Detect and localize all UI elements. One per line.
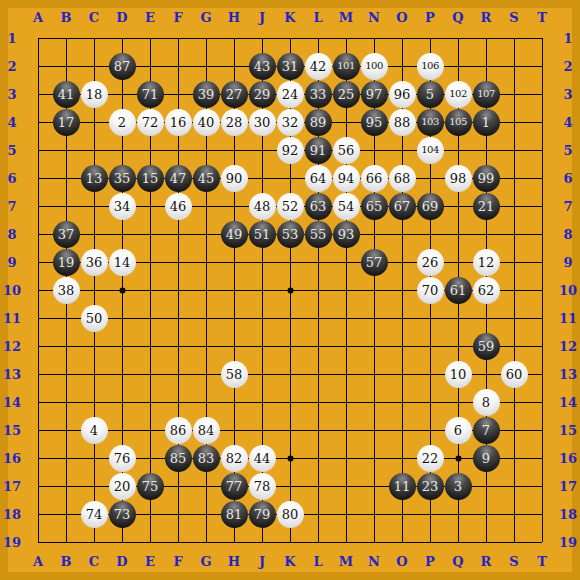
intersection-K11[interactable] bbox=[276, 304, 304, 332]
intersection-B1[interactable] bbox=[52, 24, 80, 52]
intersection-S19[interactable] bbox=[500, 528, 528, 556]
intersection-D10[interactable] bbox=[108, 276, 136, 304]
intersection-K12[interactable] bbox=[276, 332, 304, 360]
intersection-K9[interactable] bbox=[276, 248, 304, 276]
intersection-J4[interactable]: 30 bbox=[248, 108, 276, 136]
intersection-S13[interactable]: 60 bbox=[500, 360, 528, 388]
intersection-N11[interactable] bbox=[360, 304, 388, 332]
intersection-J8[interactable]: 51 bbox=[248, 220, 276, 248]
intersection-E9[interactable] bbox=[136, 248, 164, 276]
stone-black-95[interactable]: 95 bbox=[361, 109, 388, 136]
intersection-A9[interactable] bbox=[24, 248, 52, 276]
intersection-O7[interactable]: 67 bbox=[388, 192, 416, 220]
intersection-A17[interactable] bbox=[24, 472, 52, 500]
stone-black-11[interactable]: 11 bbox=[389, 473, 416, 500]
intersection-A3[interactable] bbox=[24, 80, 52, 108]
intersection-A2[interactable] bbox=[24, 52, 52, 80]
intersection-Q7[interactable] bbox=[444, 192, 472, 220]
intersection-M2[interactable]: 101 bbox=[332, 52, 360, 80]
intersection-F2[interactable] bbox=[164, 52, 192, 80]
intersection-C19[interactable] bbox=[80, 528, 108, 556]
intersection-M8[interactable]: 93 bbox=[332, 220, 360, 248]
intersection-R7[interactable]: 21 bbox=[472, 192, 500, 220]
stone-black-93[interactable]: 93 bbox=[333, 221, 360, 248]
intersection-B3[interactable]: 41 bbox=[52, 80, 80, 108]
intersection-E19[interactable] bbox=[136, 528, 164, 556]
intersection-P10[interactable]: 70 bbox=[416, 276, 444, 304]
intersection-O10[interactable] bbox=[388, 276, 416, 304]
intersection-L15[interactable] bbox=[304, 416, 332, 444]
intersection-T8[interactable] bbox=[528, 220, 556, 248]
intersection-J3[interactable]: 29 bbox=[248, 80, 276, 108]
intersection-N3[interactable]: 97 bbox=[360, 80, 388, 108]
intersection-N15[interactable] bbox=[360, 416, 388, 444]
intersection-F3[interactable] bbox=[164, 80, 192, 108]
stone-white-58[interactable]: 58 bbox=[221, 361, 248, 388]
intersection-Q11[interactable] bbox=[444, 304, 472, 332]
stone-white-88[interactable]: 88 bbox=[389, 109, 416, 136]
intersection-T18[interactable] bbox=[528, 500, 556, 528]
stone-white-46[interactable]: 46 bbox=[165, 193, 192, 220]
stone-white-20[interactable]: 20 bbox=[109, 473, 136, 500]
intersection-J6[interactable] bbox=[248, 164, 276, 192]
intersection-B17[interactable] bbox=[52, 472, 80, 500]
intersection-C3[interactable]: 18 bbox=[80, 80, 108, 108]
intersection-H3[interactable]: 27 bbox=[220, 80, 248, 108]
intersection-Q10[interactable]: 61 bbox=[444, 276, 472, 304]
intersection-Q6[interactable]: 98 bbox=[444, 164, 472, 192]
intersection-E17[interactable]: 75 bbox=[136, 472, 164, 500]
intersection-O8[interactable] bbox=[388, 220, 416, 248]
intersection-G4[interactable]: 40 bbox=[192, 108, 220, 136]
intersection-O9[interactable] bbox=[388, 248, 416, 276]
stone-white-2[interactable]: 2 bbox=[109, 109, 136, 136]
intersection-M5[interactable]: 56 bbox=[332, 136, 360, 164]
intersection-N4[interactable]: 95 bbox=[360, 108, 388, 136]
intersection-G8[interactable] bbox=[192, 220, 220, 248]
stone-black-73[interactable]: 73 bbox=[109, 501, 136, 528]
intersection-S2[interactable] bbox=[500, 52, 528, 80]
intersection-E18[interactable] bbox=[136, 500, 164, 528]
intersection-R19[interactable] bbox=[472, 528, 500, 556]
intersection-F7[interactable]: 46 bbox=[164, 192, 192, 220]
intersection-D8[interactable] bbox=[108, 220, 136, 248]
intersection-C6[interactable]: 13 bbox=[80, 164, 108, 192]
intersection-B12[interactable] bbox=[52, 332, 80, 360]
intersection-T14[interactable] bbox=[528, 388, 556, 416]
intersection-G3[interactable]: 39 bbox=[192, 80, 220, 108]
intersection-K17[interactable] bbox=[276, 472, 304, 500]
intersection-L7[interactable]: 63 bbox=[304, 192, 332, 220]
stone-white-18[interactable]: 18 bbox=[81, 81, 108, 108]
intersection-J10[interactable] bbox=[248, 276, 276, 304]
intersection-D16[interactable]: 76 bbox=[108, 444, 136, 472]
intersection-M6[interactable]: 94 bbox=[332, 164, 360, 192]
intersection-K16[interactable] bbox=[276, 444, 304, 472]
intersection-H19[interactable] bbox=[220, 528, 248, 556]
intersection-S10[interactable] bbox=[500, 276, 528, 304]
stone-black-51[interactable]: 51 bbox=[249, 221, 276, 248]
intersection-H15[interactable] bbox=[220, 416, 248, 444]
intersection-Q5[interactable] bbox=[444, 136, 472, 164]
intersection-E1[interactable] bbox=[136, 24, 164, 52]
intersection-O11[interactable] bbox=[388, 304, 416, 332]
intersection-N10[interactable] bbox=[360, 276, 388, 304]
intersection-L8[interactable]: 55 bbox=[304, 220, 332, 248]
intersection-L9[interactable] bbox=[304, 248, 332, 276]
intersection-B5[interactable] bbox=[52, 136, 80, 164]
intersection-S12[interactable] bbox=[500, 332, 528, 360]
stone-white-78[interactable]: 78 bbox=[249, 473, 276, 500]
intersection-T17[interactable] bbox=[528, 472, 556, 500]
intersection-F13[interactable] bbox=[164, 360, 192, 388]
intersection-J1[interactable] bbox=[248, 24, 276, 52]
intersection-T7[interactable] bbox=[528, 192, 556, 220]
intersection-B8[interactable]: 37 bbox=[52, 220, 80, 248]
stone-black-47[interactable]: 47 bbox=[165, 165, 192, 192]
stone-black-87[interactable]: 87 bbox=[109, 53, 136, 80]
intersection-P2[interactable]: 106 bbox=[416, 52, 444, 80]
intersection-D6[interactable]: 35 bbox=[108, 164, 136, 192]
intersection-P9[interactable]: 26 bbox=[416, 248, 444, 276]
stone-white-100[interactable]: 100 bbox=[361, 53, 388, 80]
stone-black-37[interactable]: 37 bbox=[53, 221, 80, 248]
intersection-M19[interactable] bbox=[332, 528, 360, 556]
intersection-K6[interactable] bbox=[276, 164, 304, 192]
stone-black-75[interactable]: 75 bbox=[137, 473, 164, 500]
intersection-C10[interactable] bbox=[80, 276, 108, 304]
stone-black-101[interactable]: 101 bbox=[333, 53, 360, 80]
intersection-J18[interactable]: 79 bbox=[248, 500, 276, 528]
stone-white-50[interactable]: 50 bbox=[81, 305, 108, 332]
intersection-J5[interactable] bbox=[248, 136, 276, 164]
stone-white-94[interactable]: 94 bbox=[333, 165, 360, 192]
intersection-L6[interactable]: 64 bbox=[304, 164, 332, 192]
stone-white-60[interactable]: 60 bbox=[501, 361, 528, 388]
intersection-K18[interactable]: 80 bbox=[276, 500, 304, 528]
stone-white-32[interactable]: 32 bbox=[277, 109, 304, 136]
stone-white-66[interactable]: 66 bbox=[361, 165, 388, 192]
intersection-T9[interactable] bbox=[528, 248, 556, 276]
intersection-K8[interactable]: 53 bbox=[276, 220, 304, 248]
intersection-M10[interactable] bbox=[332, 276, 360, 304]
intersection-D9[interactable]: 14 bbox=[108, 248, 136, 276]
intersection-S3[interactable] bbox=[500, 80, 528, 108]
intersection-H7[interactable] bbox=[220, 192, 248, 220]
intersection-O13[interactable] bbox=[388, 360, 416, 388]
intersection-J7[interactable]: 48 bbox=[248, 192, 276, 220]
intersection-H4[interactable]: 28 bbox=[220, 108, 248, 136]
intersection-R16[interactable]: 9 bbox=[472, 444, 500, 472]
intersection-D11[interactable] bbox=[108, 304, 136, 332]
intersection-H11[interactable] bbox=[220, 304, 248, 332]
intersection-F14[interactable] bbox=[164, 388, 192, 416]
intersection-F6[interactable]: 47 bbox=[164, 164, 192, 192]
intersection-S6[interactable] bbox=[500, 164, 528, 192]
intersection-P19[interactable] bbox=[416, 528, 444, 556]
intersection-F5[interactable] bbox=[164, 136, 192, 164]
intersection-G18[interactable] bbox=[192, 500, 220, 528]
stone-white-10[interactable]: 10 bbox=[445, 361, 472, 388]
intersection-E13[interactable] bbox=[136, 360, 164, 388]
intersection-C8[interactable] bbox=[80, 220, 108, 248]
intersection-R14[interactable]: 8 bbox=[472, 388, 500, 416]
intersection-H8[interactable]: 49 bbox=[220, 220, 248, 248]
intersection-C9[interactable]: 36 bbox=[80, 248, 108, 276]
stone-white-86[interactable]: 86 bbox=[165, 417, 192, 444]
intersection-L16[interactable] bbox=[304, 444, 332, 472]
stone-black-79[interactable]: 79 bbox=[249, 501, 276, 528]
intersection-R2[interactable] bbox=[472, 52, 500, 80]
intersection-H14[interactable] bbox=[220, 388, 248, 416]
intersection-K3[interactable]: 24 bbox=[276, 80, 304, 108]
intersection-D7[interactable]: 34 bbox=[108, 192, 136, 220]
intersection-R3[interactable]: 107 bbox=[472, 80, 500, 108]
intersection-E11[interactable] bbox=[136, 304, 164, 332]
intersection-Q13[interactable]: 10 bbox=[444, 360, 472, 388]
stone-black-31[interactable]: 31 bbox=[277, 53, 304, 80]
intersection-F16[interactable]: 85 bbox=[164, 444, 192, 472]
stone-white-92[interactable]: 92 bbox=[277, 137, 304, 164]
intersection-M16[interactable] bbox=[332, 444, 360, 472]
stone-white-82[interactable]: 82 bbox=[221, 445, 248, 472]
intersection-E6[interactable]: 15 bbox=[136, 164, 164, 192]
intersection-K19[interactable] bbox=[276, 528, 304, 556]
intersection-E3[interactable]: 71 bbox=[136, 80, 164, 108]
intersection-T1[interactable] bbox=[528, 24, 556, 52]
intersection-G10[interactable] bbox=[192, 276, 220, 304]
intersection-C11[interactable]: 50 bbox=[80, 304, 108, 332]
intersection-H1[interactable] bbox=[220, 24, 248, 52]
stone-black-29[interactable]: 29 bbox=[249, 81, 276, 108]
stone-white-12[interactable]: 12 bbox=[473, 249, 500, 276]
stone-white-64[interactable]: 64 bbox=[305, 165, 332, 192]
intersection-B10[interactable]: 38 bbox=[52, 276, 80, 304]
stone-black-49[interactable]: 49 bbox=[221, 221, 248, 248]
intersection-J13[interactable] bbox=[248, 360, 276, 388]
intersection-R6[interactable]: 99 bbox=[472, 164, 500, 192]
stone-white-48[interactable]: 48 bbox=[249, 193, 276, 220]
stone-black-69[interactable]: 69 bbox=[417, 193, 444, 220]
intersection-E16[interactable] bbox=[136, 444, 164, 472]
intersection-D3[interactable] bbox=[108, 80, 136, 108]
intersection-P12[interactable] bbox=[416, 332, 444, 360]
intersection-P17[interactable]: 23 bbox=[416, 472, 444, 500]
stone-black-21[interactable]: 21 bbox=[473, 193, 500, 220]
intersection-P8[interactable] bbox=[416, 220, 444, 248]
intersection-A11[interactable] bbox=[24, 304, 52, 332]
intersection-C7[interactable] bbox=[80, 192, 108, 220]
stone-black-107[interactable]: 107 bbox=[473, 81, 500, 108]
intersection-M18[interactable] bbox=[332, 500, 360, 528]
stone-white-98[interactable]: 98 bbox=[445, 165, 472, 192]
intersection-P13[interactable] bbox=[416, 360, 444, 388]
intersection-H10[interactable] bbox=[220, 276, 248, 304]
intersection-N17[interactable] bbox=[360, 472, 388, 500]
intersection-Q9[interactable] bbox=[444, 248, 472, 276]
intersection-A15[interactable] bbox=[24, 416, 52, 444]
stone-white-104[interactable]: 104 bbox=[417, 137, 444, 164]
intersection-R17[interactable] bbox=[472, 472, 500, 500]
intersection-Q19[interactable] bbox=[444, 528, 472, 556]
stone-white-62[interactable]: 62 bbox=[473, 277, 500, 304]
intersection-A7[interactable] bbox=[24, 192, 52, 220]
intersection-B7[interactable] bbox=[52, 192, 80, 220]
intersection-A4[interactable] bbox=[24, 108, 52, 136]
stone-black-65[interactable]: 65 bbox=[361, 193, 388, 220]
intersection-A1[interactable] bbox=[24, 24, 52, 52]
stone-black-17[interactable]: 17 bbox=[53, 109, 80, 136]
intersection-E5[interactable] bbox=[136, 136, 164, 164]
intersection-T11[interactable] bbox=[528, 304, 556, 332]
intersection-A16[interactable] bbox=[24, 444, 52, 472]
intersection-L18[interactable] bbox=[304, 500, 332, 528]
intersection-G9[interactable] bbox=[192, 248, 220, 276]
intersection-D12[interactable] bbox=[108, 332, 136, 360]
intersection-D4[interactable]: 2 bbox=[108, 108, 136, 136]
stone-black-59[interactable]: 59 bbox=[473, 333, 500, 360]
intersection-G15[interactable]: 84 bbox=[192, 416, 220, 444]
intersection-D15[interactable] bbox=[108, 416, 136, 444]
intersection-L1[interactable] bbox=[304, 24, 332, 52]
stone-white-68[interactable]: 68 bbox=[389, 165, 416, 192]
intersection-M17[interactable] bbox=[332, 472, 360, 500]
intersection-O15[interactable] bbox=[388, 416, 416, 444]
intersection-S16[interactable] bbox=[500, 444, 528, 472]
stone-black-89[interactable]: 89 bbox=[305, 109, 332, 136]
intersection-A13[interactable] bbox=[24, 360, 52, 388]
intersection-N13[interactable] bbox=[360, 360, 388, 388]
intersection-M4[interactable] bbox=[332, 108, 360, 136]
stone-black-3[interactable]: 3 bbox=[445, 473, 472, 500]
stone-white-30[interactable]: 30 bbox=[249, 109, 276, 136]
intersection-K1[interactable] bbox=[276, 24, 304, 52]
stone-white-96[interactable]: 96 bbox=[389, 81, 416, 108]
intersection-O3[interactable]: 96 bbox=[388, 80, 416, 108]
intersection-N14[interactable] bbox=[360, 388, 388, 416]
intersection-M7[interactable]: 54 bbox=[332, 192, 360, 220]
intersection-K5[interactable]: 92 bbox=[276, 136, 304, 164]
stone-black-103[interactable]: 103 bbox=[417, 109, 444, 136]
stone-black-71[interactable]: 71 bbox=[137, 81, 164, 108]
intersection-F15[interactable]: 86 bbox=[164, 416, 192, 444]
intersection-J19[interactable] bbox=[248, 528, 276, 556]
stone-black-97[interactable]: 97 bbox=[361, 81, 388, 108]
intersection-Q18[interactable] bbox=[444, 500, 472, 528]
intersection-R10[interactable]: 62 bbox=[472, 276, 500, 304]
intersection-E10[interactable] bbox=[136, 276, 164, 304]
stone-black-43[interactable]: 43 bbox=[249, 53, 276, 80]
intersection-C16[interactable] bbox=[80, 444, 108, 472]
intersection-J14[interactable] bbox=[248, 388, 276, 416]
intersection-C2[interactable] bbox=[80, 52, 108, 80]
intersection-K14[interactable] bbox=[276, 388, 304, 416]
intersection-L4[interactable]: 89 bbox=[304, 108, 332, 136]
stone-black-15[interactable]: 15 bbox=[137, 165, 164, 192]
stone-white-4[interactable]: 4 bbox=[81, 417, 108, 444]
intersection-P15[interactable] bbox=[416, 416, 444, 444]
intersection-J17[interactable]: 78 bbox=[248, 472, 276, 500]
stone-black-1[interactable]: 1 bbox=[473, 109, 500, 136]
intersection-G11[interactable] bbox=[192, 304, 220, 332]
intersection-A8[interactable] bbox=[24, 220, 52, 248]
intersection-M15[interactable] bbox=[332, 416, 360, 444]
intersection-H13[interactable]: 58 bbox=[220, 360, 248, 388]
intersection-M1[interactable] bbox=[332, 24, 360, 52]
stone-black-57[interactable]: 57 bbox=[361, 249, 388, 276]
intersection-C5[interactable] bbox=[80, 136, 108, 164]
intersection-K4[interactable]: 32 bbox=[276, 108, 304, 136]
intersection-S8[interactable] bbox=[500, 220, 528, 248]
intersection-L10[interactable] bbox=[304, 276, 332, 304]
intersection-R5[interactable] bbox=[472, 136, 500, 164]
intersection-K15[interactable] bbox=[276, 416, 304, 444]
intersection-S4[interactable] bbox=[500, 108, 528, 136]
stone-black-13[interactable]: 13 bbox=[81, 165, 108, 192]
intersection-B19[interactable] bbox=[52, 528, 80, 556]
intersection-F12[interactable] bbox=[164, 332, 192, 360]
stone-black-19[interactable]: 19 bbox=[53, 249, 80, 276]
stone-black-77[interactable]: 77 bbox=[221, 473, 248, 500]
intersection-S15[interactable] bbox=[500, 416, 528, 444]
stone-black-23[interactable]: 23 bbox=[417, 473, 444, 500]
intersection-D2[interactable]: 87 bbox=[108, 52, 136, 80]
intersection-M12[interactable] bbox=[332, 332, 360, 360]
intersection-B18[interactable] bbox=[52, 500, 80, 528]
intersection-G7[interactable] bbox=[192, 192, 220, 220]
intersection-D14[interactable] bbox=[108, 388, 136, 416]
intersection-S14[interactable] bbox=[500, 388, 528, 416]
intersection-J16[interactable]: 44 bbox=[248, 444, 276, 472]
intersection-B4[interactable]: 17 bbox=[52, 108, 80, 136]
intersection-F19[interactable] bbox=[164, 528, 192, 556]
intersection-O14[interactable] bbox=[388, 388, 416, 416]
intersection-N16[interactable] bbox=[360, 444, 388, 472]
intersection-N18[interactable] bbox=[360, 500, 388, 528]
stone-white-24[interactable]: 24 bbox=[277, 81, 304, 108]
stone-white-76[interactable]: 76 bbox=[109, 445, 136, 472]
intersection-E12[interactable] bbox=[136, 332, 164, 360]
stone-white-70[interactable]: 70 bbox=[417, 277, 444, 304]
stone-white-44[interactable]: 44 bbox=[249, 445, 276, 472]
intersection-E4[interactable]: 72 bbox=[136, 108, 164, 136]
intersection-R4[interactable]: 1 bbox=[472, 108, 500, 136]
intersection-A10[interactable] bbox=[24, 276, 52, 304]
intersection-T19[interactable] bbox=[528, 528, 556, 556]
intersection-P11[interactable] bbox=[416, 304, 444, 332]
intersection-C13[interactable] bbox=[80, 360, 108, 388]
intersection-R15[interactable]: 7 bbox=[472, 416, 500, 444]
intersection-J12[interactable] bbox=[248, 332, 276, 360]
intersection-Q14[interactable] bbox=[444, 388, 472, 416]
stone-white-6[interactable]: 6 bbox=[445, 417, 472, 444]
intersection-Q17[interactable]: 3 bbox=[444, 472, 472, 500]
intersection-G6[interactable]: 45 bbox=[192, 164, 220, 192]
intersection-T12[interactable] bbox=[528, 332, 556, 360]
stone-white-90[interactable]: 90 bbox=[221, 165, 248, 192]
stone-white-84[interactable]: 84 bbox=[193, 417, 220, 444]
intersection-S9[interactable] bbox=[500, 248, 528, 276]
intersection-H2[interactable] bbox=[220, 52, 248, 80]
intersection-H16[interactable]: 82 bbox=[220, 444, 248, 472]
intersection-H9[interactable] bbox=[220, 248, 248, 276]
intersection-P3[interactable]: 5 bbox=[416, 80, 444, 108]
stone-black-25[interactable]: 25 bbox=[333, 81, 360, 108]
stone-black-7[interactable]: 7 bbox=[473, 417, 500, 444]
intersection-Q15[interactable]: 6 bbox=[444, 416, 472, 444]
stone-black-81[interactable]: 81 bbox=[221, 501, 248, 528]
intersection-F17[interactable] bbox=[164, 472, 192, 500]
